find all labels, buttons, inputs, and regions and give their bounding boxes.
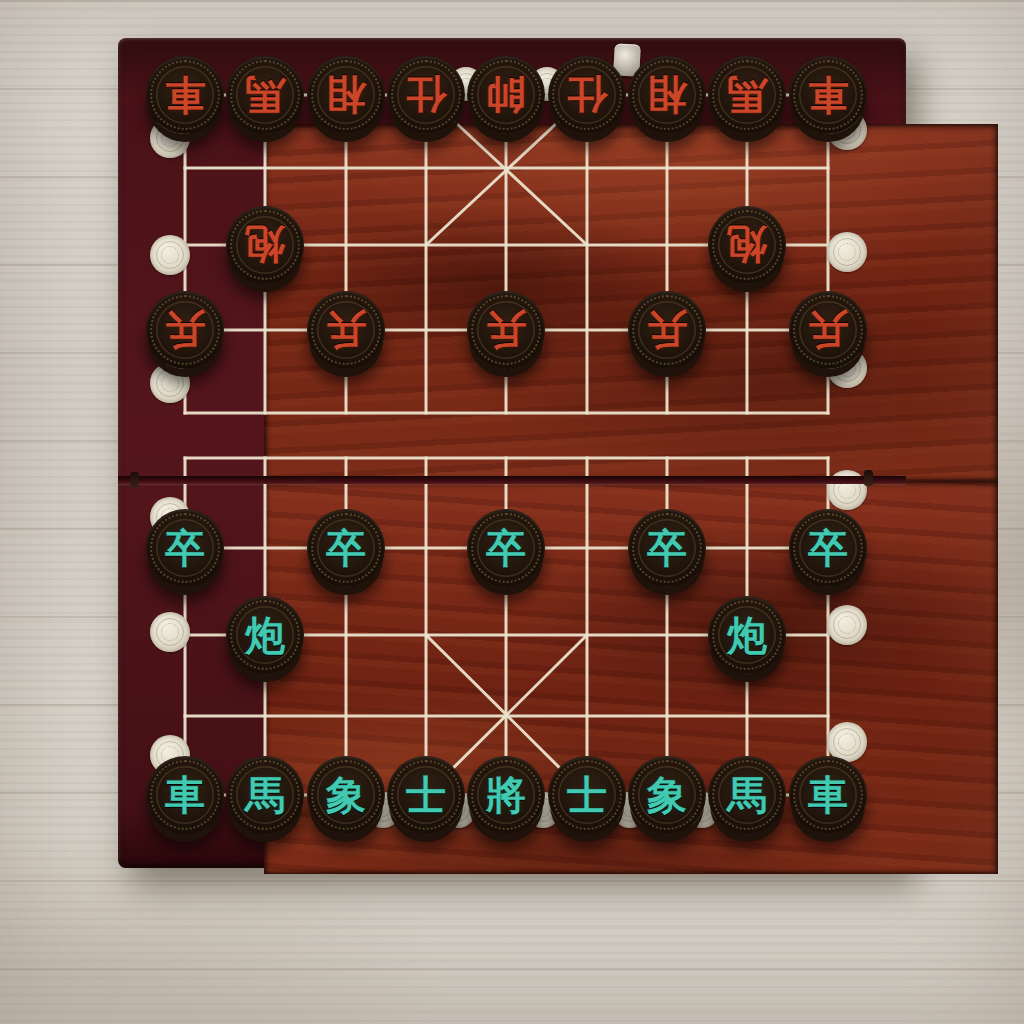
piece-character: 兵 [647, 310, 687, 350]
piece-character: 卒 [486, 528, 526, 568]
piece-character: 卒 [326, 528, 366, 568]
blue-horse-piece[interactable]: 馬 [226, 756, 304, 834]
photo-scene: 車馬相仕帥仕相馬車炮炮兵兵兵兵兵卒卒卒卒卒炮炮車馬象士將士象馬車 [0, 0, 1024, 1024]
piece-character: 馬 [727, 75, 767, 115]
piece-character: 相 [647, 75, 687, 115]
piece-character: 炮 [727, 225, 767, 265]
piece-character: 兵 [165, 310, 205, 350]
red-advisor-piece[interactable]: 仕 [548, 56, 626, 134]
inlay-disc [150, 612, 190, 652]
red-cannon-piece[interactable]: 炮 [708, 206, 786, 284]
piece-character: 炮 [245, 225, 285, 265]
piece-character: 將 [486, 775, 526, 815]
inlay-disc [827, 232, 867, 272]
blue-advisor-piece[interactable]: 士 [548, 756, 626, 834]
piece-character: 兵 [486, 310, 526, 350]
piece-character: 仕 [567, 75, 607, 115]
piece-character: 兵 [326, 310, 366, 350]
blue-advisor-piece[interactable]: 士 [387, 756, 465, 834]
red-horse-piece[interactable]: 馬 [226, 56, 304, 134]
piece-character: 象 [647, 775, 687, 815]
inlay-disc [150, 363, 190, 403]
red-chariot-piece[interactable]: 車 [789, 56, 867, 134]
blue-soldier-piece[interactable]: 卒 [628, 509, 706, 587]
piece-character: 車 [808, 75, 848, 115]
piece-character: 炮 [727, 615, 767, 655]
blue-soldier-piece[interactable]: 卒 [307, 509, 385, 587]
piece-character: 帥 [486, 75, 526, 115]
piece-character: 卒 [647, 528, 687, 568]
red-soldier-piece[interactable]: 兵 [307, 291, 385, 369]
piece-character: 卒 [808, 528, 848, 568]
red-soldier-piece[interactable]: 兵 [467, 291, 545, 369]
inlay-disc [827, 605, 867, 645]
red-soldier-piece[interactable]: 兵 [628, 291, 706, 369]
piece-character: 象 [326, 775, 366, 815]
piece-character: 馬 [245, 75, 285, 115]
blue-cannon-piece[interactable]: 炮 [226, 596, 304, 674]
piece-character: 相 [326, 75, 366, 115]
hinge-pin-right [864, 470, 873, 486]
blue-chariot-piece[interactable]: 車 [146, 756, 224, 834]
red-chariot-piece[interactable]: 車 [146, 56, 224, 134]
blue-soldier-piece[interactable]: 卒 [146, 509, 224, 587]
blue-elephant-piece[interactable]: 象 [628, 756, 706, 834]
blue-horse-piece[interactable]: 馬 [708, 756, 786, 834]
piece-character: 仕 [406, 75, 446, 115]
inlay-disc [150, 235, 190, 275]
red-elephant-piece[interactable]: 相 [307, 56, 385, 134]
red-elephant-piece[interactable]: 相 [628, 56, 706, 134]
red-horse-piece[interactable]: 馬 [708, 56, 786, 134]
blue-soldier-piece[interactable]: 卒 [467, 509, 545, 587]
hinge-pin-left [130, 472, 139, 488]
red-advisor-piece[interactable]: 仕 [387, 56, 465, 134]
blue-cannon-piece[interactable]: 炮 [708, 596, 786, 674]
blue-chariot-piece[interactable]: 車 [789, 756, 867, 834]
piece-character: 車 [808, 775, 848, 815]
piece-character: 士 [567, 775, 607, 815]
piece-character: 卒 [165, 528, 205, 568]
red-cannon-piece[interactable]: 炮 [226, 206, 304, 284]
red-soldier-piece[interactable]: 兵 [789, 291, 867, 369]
blue-soldier-piece[interactable]: 卒 [789, 509, 867, 587]
blue-general-piece[interactable]: 將 [467, 756, 545, 834]
fold-seam [118, 476, 906, 484]
piece-character: 馬 [245, 775, 285, 815]
piece-character: 車 [165, 75, 205, 115]
blue-elephant-piece[interactable]: 象 [307, 756, 385, 834]
piece-character: 炮 [245, 615, 285, 655]
piece-character: 兵 [808, 310, 848, 350]
piece-character: 車 [165, 775, 205, 815]
red-soldier-piece[interactable]: 兵 [146, 291, 224, 369]
red-general-piece[interactable]: 帥 [467, 56, 545, 134]
piece-character: 馬 [727, 775, 767, 815]
piece-character: 士 [406, 775, 446, 815]
